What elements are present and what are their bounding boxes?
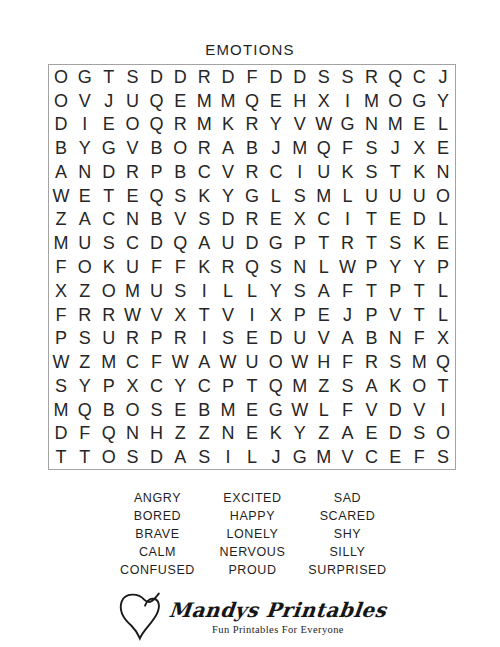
grid-cell: A	[336, 326, 360, 350]
grid-cell: B	[145, 208, 169, 232]
grid-cell: H	[145, 421, 169, 445]
grid-cell: O	[49, 65, 73, 89]
grid-cell: E	[383, 445, 407, 469]
grid-cell: U	[383, 184, 407, 208]
grid-cell: D	[145, 231, 169, 255]
grid-cell: K	[407, 231, 431, 255]
grid-cell: V	[73, 89, 97, 113]
grid-cell: Y	[407, 255, 431, 279]
grid-cell: X	[431, 326, 455, 350]
grid-cell: W	[216, 350, 240, 374]
grid-cell: X	[49, 279, 73, 303]
grid-cell: K	[336, 160, 360, 184]
grid-cell: K	[97, 255, 121, 279]
grid-cell: V	[312, 326, 336, 350]
grid-cell: A	[168, 445, 192, 469]
grid-cell: L	[312, 255, 336, 279]
grid-cell: C	[121, 350, 145, 374]
grid-cell: Y	[216, 184, 240, 208]
grid-cell: A	[49, 160, 73, 184]
grid-cell: R	[336, 231, 360, 255]
grid-cell: E	[168, 89, 192, 113]
word-list-item: SAD	[300, 489, 395, 507]
grid-cell: O	[73, 255, 97, 279]
grid-cell: A	[192, 231, 216, 255]
grid-cell: S	[192, 445, 216, 469]
grid-cell: T	[240, 374, 264, 398]
grid-cell: R	[240, 160, 264, 184]
grid-cell: B	[359, 326, 383, 350]
grid-cell: X	[121, 374, 145, 398]
grid-cell: M	[312, 184, 336, 208]
grid-cell: M	[383, 113, 407, 137]
grid-cell: E	[264, 208, 288, 232]
grid-cell: K	[407, 160, 431, 184]
grid-cell: T	[359, 231, 383, 255]
grid-cell: Y	[73, 136, 97, 160]
grid-cell: J	[264, 445, 288, 469]
grid-cell: M	[216, 398, 240, 422]
grid-cell: D	[49, 113, 73, 137]
grid-cell: Z	[312, 374, 336, 398]
grid-cell: Q	[264, 374, 288, 398]
grid-cell: P	[383, 279, 407, 303]
grid-cell: P	[145, 326, 169, 350]
grid-cell: U	[145, 279, 169, 303]
brand-text-block: Mandys Printables Fun Printables For Eve…	[169, 598, 386, 635]
grid-cell: H	[288, 89, 312, 113]
grid-cell: Y	[264, 113, 288, 137]
grid-cell: G	[288, 445, 312, 469]
grid-cell: C	[264, 160, 288, 184]
grid-cell: T	[431, 374, 455, 398]
word-list-item: HAPPY	[205, 507, 300, 525]
grid-cell: P	[145, 160, 169, 184]
grid-cell: Q	[145, 184, 169, 208]
grid-cell: L	[240, 279, 264, 303]
grid-cell: W	[312, 113, 336, 137]
grid-cell: U	[121, 89, 145, 113]
grid-cell: O	[168, 136, 192, 160]
grid-cell: R	[121, 160, 145, 184]
word-list-item: ANGRY	[110, 489, 205, 507]
word-list: ANGRYEXCITEDSADBOREDHAPPYSCAREDBRAVELONE…	[110, 489, 390, 579]
word-list-item: BORED	[110, 507, 205, 525]
grid-cell: E	[312, 303, 336, 327]
grid-cell: U	[73, 231, 97, 255]
grid-cell: C	[192, 160, 216, 184]
grid-cell: R	[73, 303, 97, 327]
grid-cell: K	[264, 421, 288, 445]
grid-cell: A	[336, 421, 360, 445]
grid-cell: I	[73, 113, 97, 137]
grid-cell: T	[49, 445, 73, 469]
grid-cell: Y	[264, 279, 288, 303]
grid-cell: Y	[383, 255, 407, 279]
grid-cell: V	[121, 136, 145, 160]
word-list-item: SCARED	[300, 507, 395, 525]
grid-cell: I	[336, 89, 360, 113]
grid-cell: I	[240, 303, 264, 327]
grid-cell: M	[288, 136, 312, 160]
grid-cell: V	[407, 398, 431, 422]
grid-cell: Z	[73, 279, 97, 303]
grid-cell: M	[49, 398, 73, 422]
word-list-item: SHY	[300, 525, 395, 543]
grid-cell: P	[49, 326, 73, 350]
heart-icon	[113, 591, 165, 641]
grid-cell: Q	[97, 421, 121, 445]
grid-cell: E	[383, 208, 407, 232]
grid-cell: R	[192, 136, 216, 160]
grid-cell: S	[121, 445, 145, 469]
grid-cell: E	[240, 326, 264, 350]
grid-cell: Q	[145, 89, 169, 113]
grid-cell: T	[359, 208, 383, 232]
grid-cell: F	[49, 255, 73, 279]
grid-cell: P	[216, 374, 240, 398]
grid-cell: N	[121, 208, 145, 232]
grid-cell: E	[407, 113, 431, 137]
grid-cell: Q	[312, 136, 336, 160]
grid-cell: S	[336, 65, 360, 89]
grid-cell: L	[264, 184, 288, 208]
grid-cell: L	[431, 208, 455, 232]
grid-cell: P	[97, 374, 121, 398]
grid-cell: D	[97, 160, 121, 184]
grid-cell: Z	[168, 421, 192, 445]
grid-cell: R	[240, 208, 264, 232]
grid-cell: A	[192, 350, 216, 374]
grid-cell: A	[312, 279, 336, 303]
grid-cell: D	[264, 65, 288, 89]
grid-cell: S	[383, 231, 407, 255]
grid-cell: E	[97, 113, 121, 137]
word-list-item: BRAVE	[110, 525, 205, 543]
grid-cell: Q	[240, 89, 264, 113]
grid-cell: Q	[145, 113, 169, 137]
grid-cell: L	[431, 279, 455, 303]
grid-cell: F	[145, 255, 169, 279]
grid-cell: M	[312, 445, 336, 469]
grid-cell: J	[336, 303, 360, 327]
grid-cell: U	[312, 160, 336, 184]
grid-cell: Q	[73, 398, 97, 422]
grid-cell: T	[407, 303, 431, 327]
grid-cell: W	[288, 350, 312, 374]
grid-cell: M	[359, 89, 383, 113]
grid-cell: T	[383, 160, 407, 184]
grid-cell: P	[359, 303, 383, 327]
grid-cell: N	[431, 160, 455, 184]
grid-cell: J	[264, 136, 288, 160]
grid-cell: O	[49, 89, 73, 113]
grid-cell: G	[264, 398, 288, 422]
grid-cell: J	[97, 89, 121, 113]
grid-cell: Z	[73, 350, 97, 374]
grid-cell: D	[216, 65, 240, 89]
grid-cell: S	[168, 184, 192, 208]
grid-cell: T	[97, 184, 121, 208]
grid-cell: R	[216, 255, 240, 279]
grid-cell: N	[216, 421, 240, 445]
grid-cell: G	[97, 136, 121, 160]
grid-cell: A	[73, 208, 97, 232]
grid-cell: S	[288, 184, 312, 208]
grid-cell: G	[73, 65, 97, 89]
grid-cell: D	[145, 445, 169, 469]
grid-cell: N	[121, 421, 145, 445]
grid-cell: X	[264, 303, 288, 327]
grid-cell: V	[216, 303, 240, 327]
grid-cell: C	[145, 374, 169, 398]
grid-cell: W	[168, 350, 192, 374]
worksheet-page: EMOTIONS OGTSDDRDFDDSSRQCJOVJUQEMMQEHXIM…	[0, 0, 500, 647]
grid-cell: U	[359, 184, 383, 208]
grid-cell: I	[288, 160, 312, 184]
grid-cell: S	[336, 374, 360, 398]
grid-cell: W	[121, 303, 145, 327]
grid-cell: R	[97, 303, 121, 327]
grid-cell: D	[288, 65, 312, 89]
grid-cell: L	[431, 113, 455, 137]
grid-cell: E	[73, 184, 97, 208]
grid-cell: F	[336, 398, 360, 422]
grid-cell: X	[168, 303, 192, 327]
grid-cell: W	[49, 350, 73, 374]
grid-cell: R	[192, 65, 216, 89]
grid-cell: E	[431, 136, 455, 160]
grid-cell: S	[383, 350, 407, 374]
grid-cell: R	[168, 113, 192, 137]
grid-cell: S	[359, 160, 383, 184]
grid-cell: O	[121, 113, 145, 137]
grid-cell: U	[97, 326, 121, 350]
grid-cell: Z	[49, 208, 73, 232]
grid-cell: P	[359, 255, 383, 279]
grid-cell: G	[264, 231, 288, 255]
grid-cell: H	[312, 350, 336, 374]
grid-cell: F	[49, 303, 73, 327]
grid-cell: D	[264, 326, 288, 350]
grid-cell: O	[97, 279, 121, 303]
grid-cell: Q	[240, 255, 264, 279]
grid-cell: N	[359, 113, 383, 137]
grid-cell: J	[431, 65, 455, 89]
grid-cell: Q	[168, 231, 192, 255]
grid-cell: Y	[431, 89, 455, 113]
grid-cell: D	[383, 398, 407, 422]
grid-cell: F	[336, 279, 360, 303]
grid-cell: S	[216, 326, 240, 350]
grid-cell: K	[192, 184, 216, 208]
grid-cell: C	[192, 374, 216, 398]
grid-cell: C	[312, 208, 336, 232]
word-list-item: SURPRISED	[300, 561, 395, 579]
grid-cell: S	[192, 208, 216, 232]
grid-cell: N	[288, 255, 312, 279]
grid-cell: M	[288, 374, 312, 398]
grid-cell: L	[216, 279, 240, 303]
brand-footer: Mandys Printables Fun Printables For Eve…	[0, 590, 500, 641]
grid-cell: E	[240, 398, 264, 422]
word-list-item: EXCITED	[205, 489, 300, 507]
grid-cell: E	[168, 398, 192, 422]
grid-cell: S	[168, 279, 192, 303]
grid-cell: D	[49, 421, 73, 445]
grid-cell: K	[383, 374, 407, 398]
grid-cell: K	[216, 113, 240, 137]
grid-cell: C	[121, 231, 145, 255]
grid-cell: E	[359, 421, 383, 445]
grid-cell: I	[192, 279, 216, 303]
grid-cell: M	[216, 89, 240, 113]
grid-cell: V	[145, 303, 169, 327]
grid-cell: U	[288, 326, 312, 350]
grid-cell: Z	[312, 421, 336, 445]
word-list-item: CONFUSED	[110, 561, 205, 579]
grid-cell: S	[49, 374, 73, 398]
grid-cell: M	[192, 113, 216, 137]
word-list-item: LONELY	[205, 525, 300, 543]
grid-cell: D	[383, 421, 407, 445]
word-search-grid: OGTSDDRDFDDSSRQCJOVJUQEMMQEHXIMOGYDIEOQR…	[48, 64, 456, 470]
grid-cell: F	[145, 350, 169, 374]
grid-cell: I	[336, 208, 360, 232]
grid-cell: D	[168, 65, 192, 89]
grid-cell: I	[216, 445, 240, 469]
grid-cell: C	[359, 445, 383, 469]
grid-cell: J	[383, 136, 407, 160]
grid-cell: L	[240, 445, 264, 469]
grid-cell: E	[121, 184, 145, 208]
grid-cell: P	[288, 231, 312, 255]
grid-cell: B	[49, 136, 73, 160]
word-list-item: NERVOUS	[205, 543, 300, 561]
grid-cell: S	[121, 65, 145, 89]
grid-cell: V	[216, 160, 240, 184]
grid-cell: Q	[383, 65, 407, 89]
grid-cell: T	[73, 445, 97, 469]
grid-cell: S	[73, 326, 97, 350]
brand-tagline: Fun Printables For Everyone	[212, 624, 344, 635]
grid-cell: Q	[431, 350, 455, 374]
grid-cell: X	[407, 136, 431, 160]
grid-cell: Y	[73, 374, 97, 398]
grid-cell: F	[73, 421, 97, 445]
grid-cell: O	[121, 398, 145, 422]
grid-cell: O	[431, 184, 455, 208]
grid-cell: U	[407, 184, 431, 208]
word-list-item: SILLY	[300, 543, 395, 561]
grid-cell: W	[336, 255, 360, 279]
grid-cell: D	[145, 65, 169, 89]
grid-cell: L	[312, 398, 336, 422]
grid-cell: R	[121, 326, 145, 350]
grid-cell: S	[145, 398, 169, 422]
grid-cell: D	[216, 208, 240, 232]
grid-cell: B	[168, 160, 192, 184]
grid-cell: O	[264, 350, 288, 374]
grid-cell: O	[97, 445, 121, 469]
grid-cell: T	[97, 65, 121, 89]
grid-cell: E	[264, 89, 288, 113]
grid-cell: R	[240, 113, 264, 137]
grid-cell: Z	[192, 421, 216, 445]
puzzle-title: EMOTIONS	[0, 41, 500, 58]
word-list-item: PROUD	[205, 561, 300, 579]
grid-cell: X	[288, 208, 312, 232]
grid-cell: B	[145, 136, 169, 160]
grid-cell: V	[336, 445, 360, 469]
grid-cell: M	[49, 231, 73, 255]
grid-cell: F	[407, 326, 431, 350]
grid-cell: U	[216, 231, 240, 255]
grid-cell: I	[192, 326, 216, 350]
grid-cell: V	[168, 208, 192, 232]
grid-cell: V	[288, 113, 312, 137]
grid-cell: M	[407, 350, 431, 374]
grid-cell: S	[431, 445, 455, 469]
grid-cell: E	[431, 231, 455, 255]
grid-cell: X	[312, 89, 336, 113]
grid-cell: T	[359, 279, 383, 303]
grid-cell: B	[240, 136, 264, 160]
grid-cell: N	[383, 326, 407, 350]
grid-cell: I	[431, 398, 455, 422]
grid-cell: K	[192, 255, 216, 279]
grid-cell: V	[383, 303, 407, 327]
grid-cell: Y	[288, 421, 312, 445]
grid-cell: A	[216, 136, 240, 160]
grid-cell: L	[336, 184, 360, 208]
grid-cell: G	[240, 184, 264, 208]
grid-cell: R	[359, 350, 383, 374]
grid-cell: L	[431, 303, 455, 327]
grid-cell: S	[312, 65, 336, 89]
grid-cell: M	[192, 89, 216, 113]
grid-cell: N	[73, 160, 97, 184]
grid-cell: U	[240, 350, 264, 374]
grid-cell: S	[288, 279, 312, 303]
grid-cell: F	[168, 255, 192, 279]
grid-cell: M	[121, 279, 145, 303]
grid-cell: W	[49, 184, 73, 208]
grid-cell: P	[288, 303, 312, 327]
grid-cell: G	[407, 89, 431, 113]
grid-cell: Y	[168, 374, 192, 398]
grid-cell: F	[407, 445, 431, 469]
grid-cell: R	[168, 326, 192, 350]
grid-cell: D	[407, 208, 431, 232]
grid-cell: O	[407, 374, 431, 398]
grid-cell: M	[97, 350, 121, 374]
grid-cell: V	[359, 398, 383, 422]
grid-cell: W	[288, 398, 312, 422]
grid-cell: G	[336, 113, 360, 137]
grid-cell: T	[192, 303, 216, 327]
brand-name: Mandys Printables	[168, 598, 388, 622]
grid-cell: B	[97, 398, 121, 422]
grid-cell: F	[240, 65, 264, 89]
grid-cell: D	[240, 231, 264, 255]
word-list-item: CALM	[110, 543, 205, 561]
grid-cell: C	[407, 65, 431, 89]
grid-cell: E	[240, 421, 264, 445]
grid-cell: R	[359, 65, 383, 89]
grid-cell: O	[431, 421, 455, 445]
grid-cell: A	[359, 374, 383, 398]
